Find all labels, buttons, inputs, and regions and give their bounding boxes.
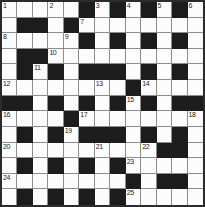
black-cell: [188, 96, 203, 112]
white-cell[interactable]: [141, 49, 156, 65]
black-cell: [110, 33, 125, 49]
black-cell: [33, 49, 48, 65]
black-cell: [141, 2, 156, 18]
white-cell[interactable]: 16: [2, 111, 17, 127]
white-cell[interactable]: 1: [2, 2, 17, 18]
white-cell[interactable]: 25: [126, 189, 141, 205]
white-cell[interactable]: [79, 143, 94, 159]
crossword-grid: 1234567891011121314151617181920212223242…: [0, 0, 205, 207]
white-cell[interactable]: [157, 127, 172, 143]
white-cell[interactable]: [33, 158, 48, 174]
clue-number: 5: [158, 2, 162, 10]
white-cell[interactable]: 6: [188, 2, 203, 18]
black-cell: [110, 96, 125, 112]
clue-number: 1: [3, 2, 7, 10]
white-cell[interactable]: [157, 18, 172, 34]
black-cell: [126, 80, 141, 96]
black-cell: [33, 18, 48, 34]
white-cell[interactable]: [157, 111, 172, 127]
white-cell[interactable]: 8: [2, 33, 17, 49]
clue-number: 12: [3, 80, 10, 88]
white-cell[interactable]: [79, 80, 94, 96]
white-cell[interactable]: [48, 33, 63, 49]
white-cell[interactable]: 14: [141, 80, 156, 96]
white-cell[interactable]: [126, 127, 141, 143]
white-cell[interactable]: [64, 96, 79, 112]
clue-number: 20: [3, 143, 10, 151]
white-cell[interactable]: 13: [95, 80, 110, 96]
white-cell[interactable]: [17, 33, 32, 49]
white-cell[interactable]: [141, 158, 156, 174]
black-cell: [141, 64, 156, 80]
white-cell[interactable]: [17, 80, 32, 96]
black-cell: [17, 64, 32, 80]
black-cell: [48, 127, 63, 143]
black-cell: [17, 189, 32, 205]
white-cell[interactable]: [188, 158, 203, 174]
white-cell[interactable]: [157, 96, 172, 112]
black-cell: [79, 158, 94, 174]
black-cell: [172, 96, 187, 112]
black-cell: [79, 33, 94, 49]
white-cell[interactable]: 22: [141, 143, 156, 159]
white-cell[interactable]: [172, 158, 187, 174]
white-cell[interactable]: [188, 189, 203, 205]
black-cell: [64, 111, 79, 127]
clue-number: 21: [96, 143, 103, 151]
white-cell[interactable]: [172, 111, 187, 127]
white-cell[interactable]: [157, 64, 172, 80]
white-cell[interactable]: [2, 158, 17, 174]
white-cell[interactable]: 5: [157, 2, 172, 18]
black-cell: [172, 2, 187, 18]
white-cell[interactable]: [17, 174, 32, 190]
white-cell[interactable]: 12: [2, 80, 17, 96]
white-cell[interactable]: [64, 64, 79, 80]
black-cell: [110, 2, 125, 18]
black-cell: [2, 96, 17, 112]
clue-number: 24: [3, 174, 10, 182]
black-cell: [95, 127, 110, 143]
white-cell[interactable]: 2: [48, 2, 63, 18]
black-cell: [17, 158, 32, 174]
white-cell[interactable]: [188, 174, 203, 190]
black-cell: [141, 127, 156, 143]
black-cell: [172, 33, 187, 49]
white-cell[interactable]: [126, 64, 141, 80]
white-cell[interactable]: [188, 49, 203, 65]
white-cell[interactable]: [157, 49, 172, 65]
white-cell[interactable]: [172, 18, 187, 34]
white-cell[interactable]: [126, 33, 141, 49]
clue-number: 14: [142, 80, 149, 88]
white-cell[interactable]: [64, 2, 79, 18]
white-cell[interactable]: [2, 49, 17, 65]
black-cell: [157, 143, 172, 159]
white-cell[interactable]: [110, 80, 125, 96]
clue-number: 11: [34, 64, 40, 72]
white-cell[interactable]: [172, 189, 187, 205]
white-cell[interactable]: 3: [95, 2, 110, 18]
white-cell[interactable]: [141, 174, 156, 190]
white-cell[interactable]: [17, 143, 32, 159]
white-cell[interactable]: [48, 143, 63, 159]
white-cell[interactable]: [2, 64, 17, 80]
white-cell[interactable]: [126, 111, 141, 127]
crossword-puzzle: 1234567891011121314151617181920212223242…: [0, 0, 205, 207]
white-cell[interactable]: [33, 80, 48, 96]
white-cell[interactable]: [2, 189, 17, 205]
white-cell[interactable]: [48, 174, 63, 190]
white-cell[interactable]: [188, 127, 203, 143]
black-cell: [48, 96, 63, 112]
white-cell[interactable]: [33, 2, 48, 18]
white-cell[interactable]: [2, 18, 17, 34]
clue-number: 15: [127, 96, 134, 104]
black-cell: [172, 127, 187, 143]
white-cell[interactable]: [48, 111, 63, 127]
white-cell[interactable]: [188, 64, 203, 80]
black-cell: [172, 64, 187, 80]
white-cell[interactable]: [95, 18, 110, 34]
clue-number: 13: [96, 80, 103, 88]
white-cell[interactable]: [79, 174, 94, 190]
white-cell[interactable]: [188, 18, 203, 34]
white-cell[interactable]: 21: [95, 143, 110, 159]
white-cell[interactable]: [64, 174, 79, 190]
white-cell[interactable]: [110, 111, 125, 127]
black-cell: [110, 127, 125, 143]
white-cell[interactable]: 18: [188, 111, 203, 127]
white-cell[interactable]: 10: [48, 49, 63, 65]
white-cell[interactable]: [79, 49, 94, 65]
black-cell: [79, 127, 94, 143]
white-cell[interactable]: [64, 189, 79, 205]
black-cell: [110, 158, 125, 174]
clue-number: 2: [49, 2, 53, 10]
white-cell[interactable]: 17: [79, 111, 94, 127]
black-cell: [110, 189, 125, 205]
white-cell[interactable]: [17, 111, 32, 127]
white-cell[interactable]: 7: [79, 18, 94, 34]
clue-number: 18: [189, 111, 196, 119]
white-cell[interactable]: [95, 96, 110, 112]
white-cell[interactable]: [64, 80, 79, 96]
black-cell: [172, 143, 187, 159]
white-cell[interactable]: 15: [126, 96, 141, 112]
black-cell: [79, 189, 94, 205]
white-cell[interactable]: [33, 96, 48, 112]
black-cell: [17, 18, 32, 34]
white-cell[interactable]: [172, 80, 187, 96]
white-cell[interactable]: [157, 158, 172, 174]
white-cell[interactable]: [110, 18, 125, 34]
white-cell[interactable]: [110, 49, 125, 65]
white-cell[interactable]: [2, 127, 17, 143]
white-cell[interactable]: 23: [126, 158, 141, 174]
clue-number: 17: [80, 111, 87, 119]
white-cell[interactable]: [188, 33, 203, 49]
white-cell[interactable]: 9: [64, 33, 79, 49]
white-cell[interactable]: [33, 33, 48, 49]
clue-number: 16: [3, 111, 10, 119]
white-cell[interactable]: [95, 111, 110, 127]
white-cell[interactable]: [188, 80, 203, 96]
white-cell[interactable]: [64, 49, 79, 65]
clue-number: 8: [3, 33, 7, 41]
white-cell[interactable]: [95, 189, 110, 205]
white-cell[interactable]: 20: [2, 143, 17, 159]
clue-number: 4: [127, 2, 131, 10]
black-cell: [110, 64, 125, 80]
white-cell[interactable]: [157, 80, 172, 96]
white-cell[interactable]: [33, 111, 48, 127]
white-cell[interactable]: 11: [33, 64, 48, 80]
white-cell[interactable]: [141, 189, 156, 205]
white-cell[interactable]: [33, 189, 48, 205]
black-cell: [79, 2, 94, 18]
white-cell[interactable]: [141, 18, 156, 34]
white-cell[interactable]: [64, 158, 79, 174]
white-cell[interactable]: [157, 33, 172, 49]
black-cell: [17, 96, 32, 112]
black-cell: [17, 127, 32, 143]
white-cell[interactable]: [126, 143, 141, 159]
white-cell[interactable]: [110, 174, 125, 190]
white-cell[interactable]: 19: [64, 127, 79, 143]
black-cell: [172, 174, 187, 190]
white-cell[interactable]: 24: [2, 174, 17, 190]
white-cell[interactable]: [95, 158, 110, 174]
clue-number: 19: [65, 127, 72, 135]
clue-number: 23: [127, 158, 134, 166]
white-cell[interactable]: [17, 2, 32, 18]
white-cell[interactable]: [33, 127, 48, 143]
white-cell[interactable]: [126, 49, 141, 65]
black-cell: [64, 18, 79, 34]
black-cell: [157, 174, 172, 190]
white-cell[interactable]: [95, 174, 110, 190]
black-cell: [141, 96, 156, 112]
black-cell: [141, 33, 156, 49]
white-cell[interactable]: [172, 49, 187, 65]
black-cell: [17, 49, 32, 65]
white-cell[interactable]: [33, 143, 48, 159]
black-cell: [95, 64, 110, 80]
white-cell[interactable]: [141, 111, 156, 127]
white-cell[interactable]: [95, 33, 110, 49]
black-cell: [48, 158, 63, 174]
white-cell[interactable]: [95, 49, 110, 65]
clue-number: 7: [80, 18, 84, 26]
black-cell: [126, 174, 141, 190]
white-cell[interactable]: [48, 18, 63, 34]
clue-number: 22: [142, 143, 149, 151]
white-cell[interactable]: 4: [126, 2, 141, 18]
black-cell: [79, 64, 94, 80]
white-cell[interactable]: [48, 80, 63, 96]
white-cell[interactable]: [157, 189, 172, 205]
black-cell: [79, 96, 94, 112]
clue-number: 3: [96, 2, 100, 10]
white-cell[interactable]: [33, 174, 48, 190]
clue-number: 25: [127, 189, 134, 197]
white-cell[interactable]: [64, 143, 79, 159]
clue-number: 9: [65, 33, 69, 41]
white-cell[interactable]: [188, 143, 203, 159]
white-cell[interactable]: [110, 143, 125, 159]
black-cell: [48, 189, 63, 205]
white-cell[interactable]: [126, 18, 141, 34]
clue-number: 10: [49, 49, 56, 57]
clue-number: 6: [189, 2, 193, 10]
black-cell: [48, 64, 63, 80]
